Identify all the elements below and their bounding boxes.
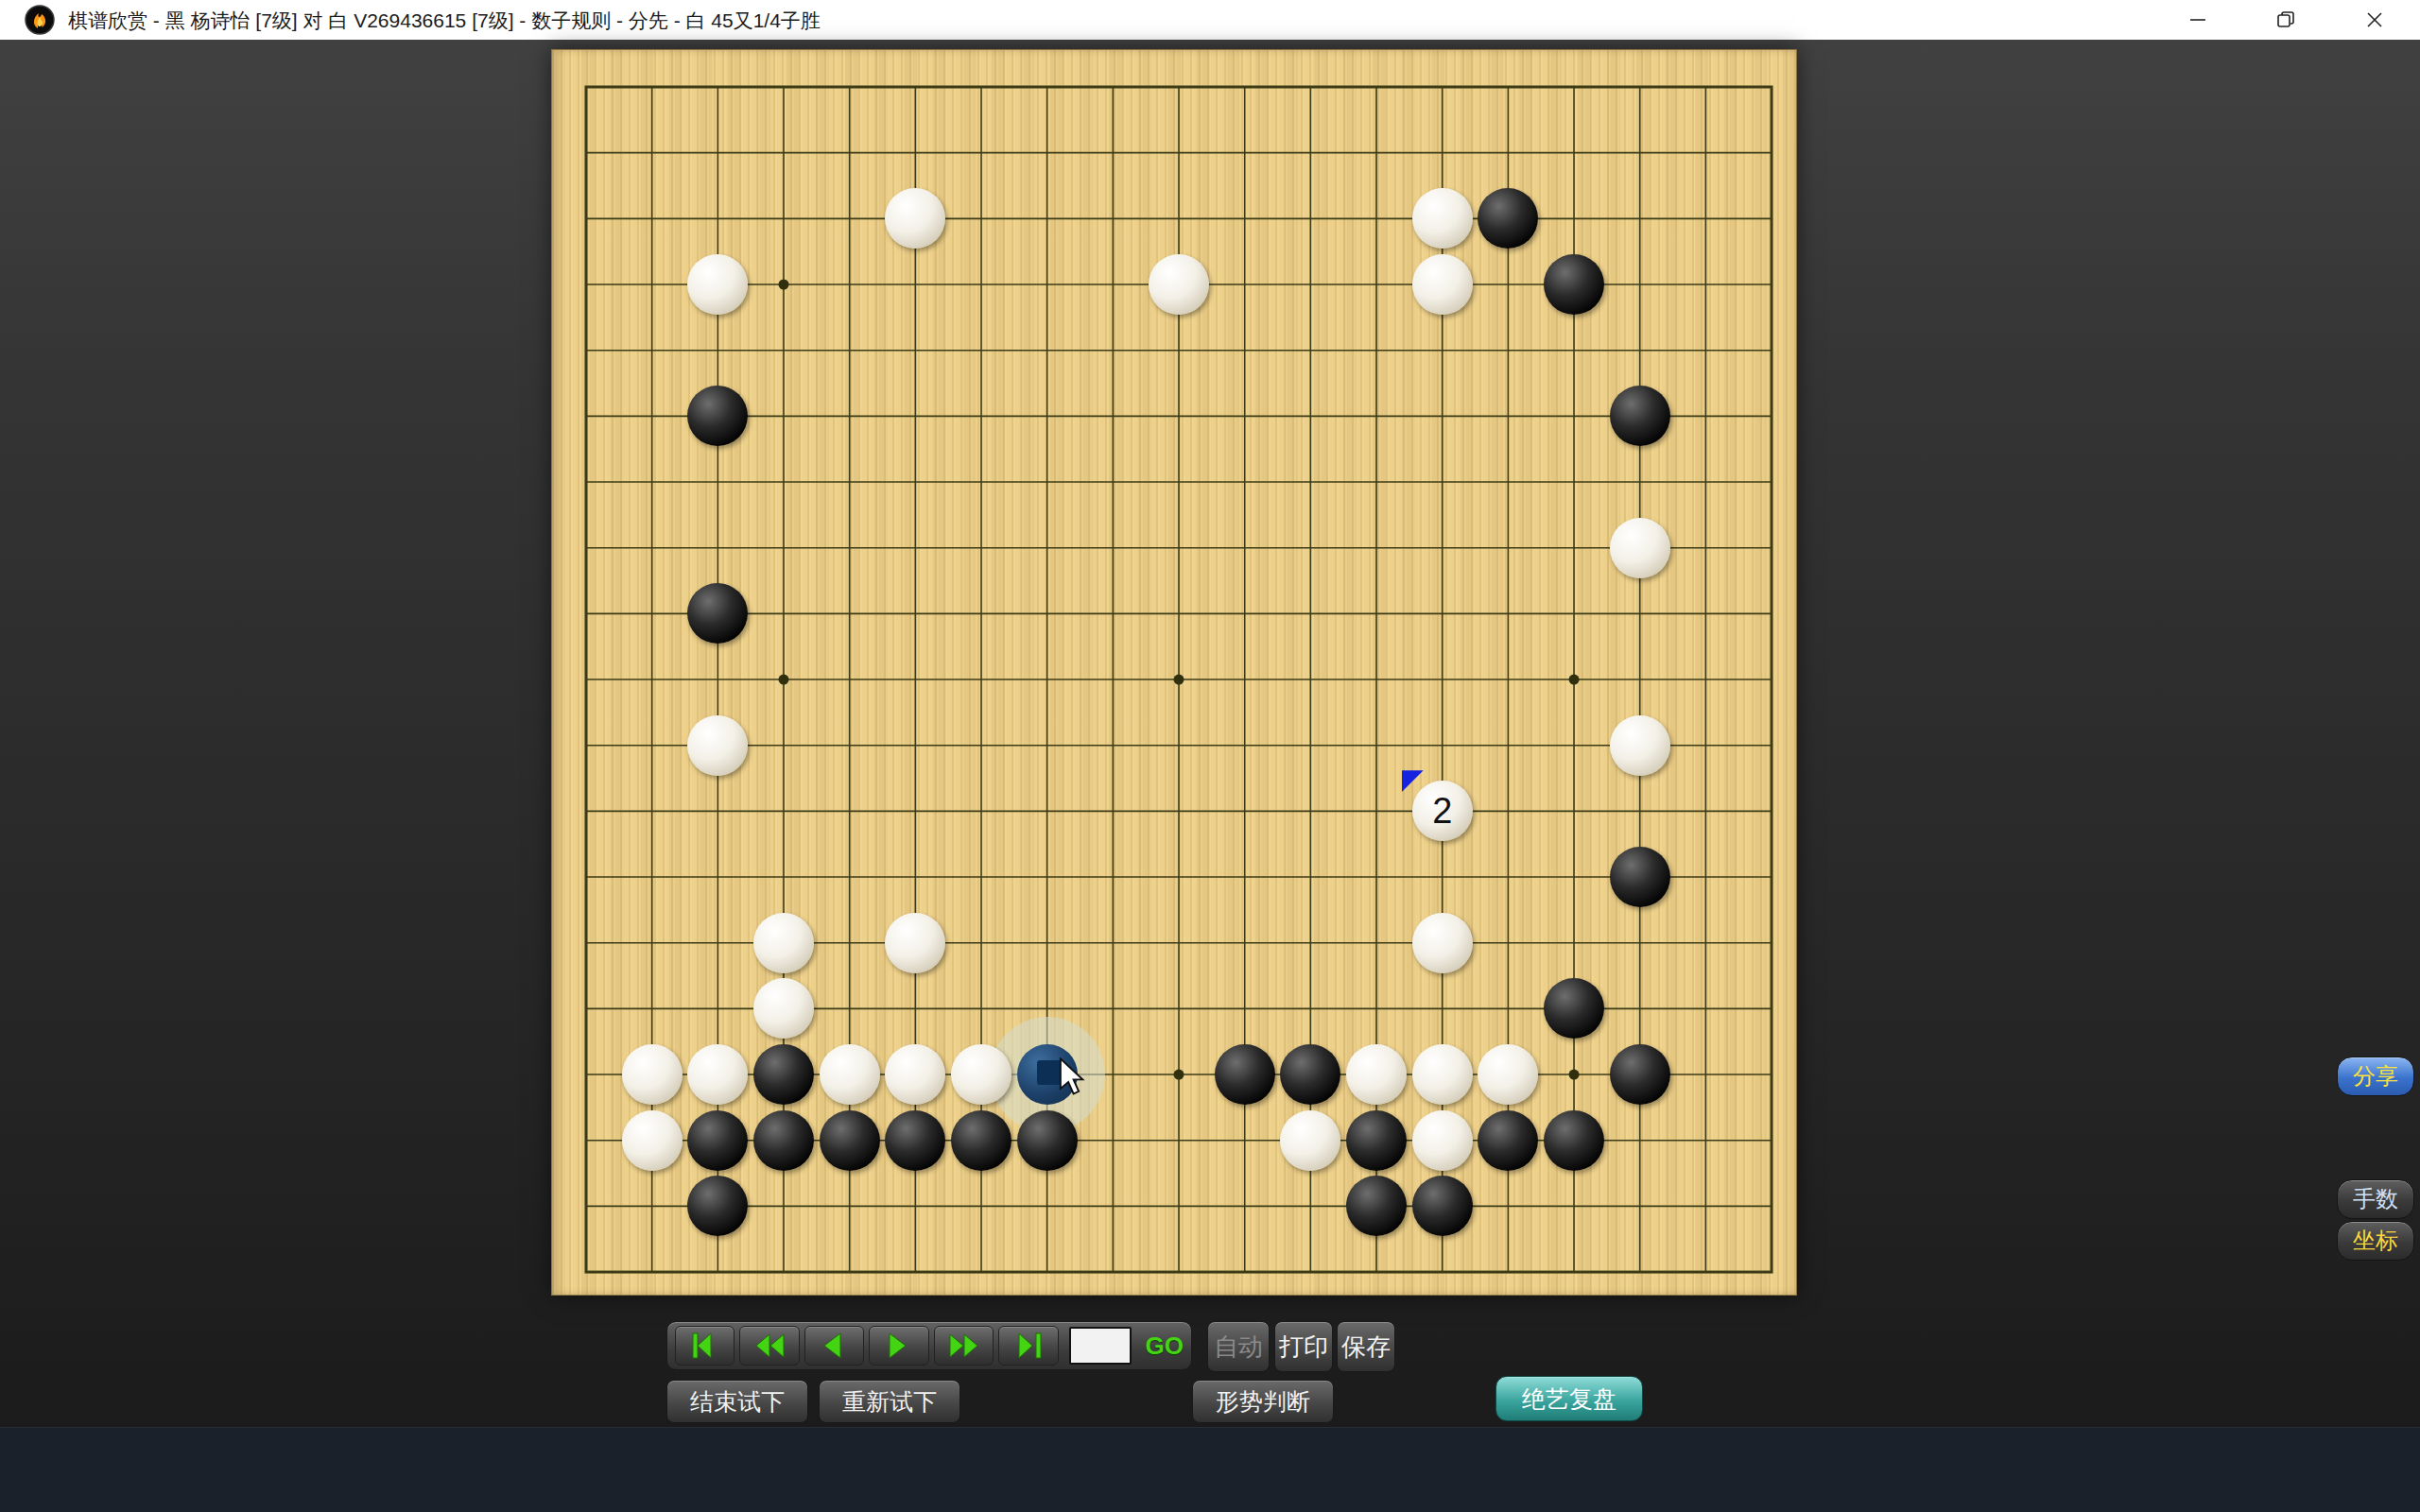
white-stone xyxy=(1412,1044,1473,1105)
black-stone xyxy=(1346,1176,1407,1236)
white-stone xyxy=(687,1044,748,1105)
auto-play-button: 自动 xyxy=(1207,1321,1270,1372)
last-icon xyxy=(1011,1329,1046,1363)
save-button[interactable]: 保存 xyxy=(1337,1321,1395,1372)
minimize-icon xyxy=(2187,9,2208,30)
white-stone xyxy=(1412,188,1473,249)
white-stone xyxy=(1478,1044,1538,1105)
fast-forward-button[interactable] xyxy=(934,1326,994,1366)
black-stone xyxy=(1610,386,1670,446)
black-stone xyxy=(1544,978,1604,1039)
go-button[interactable]: GO xyxy=(1146,1332,1184,1361)
black-stone xyxy=(1215,1044,1275,1105)
black-stone xyxy=(1017,1110,1078,1171)
star-point xyxy=(1569,1070,1580,1080)
restore-button[interactable] xyxy=(2256,0,2316,40)
white-stone xyxy=(820,1044,880,1105)
white-stone xyxy=(1412,254,1473,315)
taskbar: 搜索 X xyxy=(0,1427,2420,1512)
black-stone xyxy=(1544,1110,1604,1171)
ai-review-button[interactable]: 绝艺复盘 xyxy=(1495,1376,1643,1421)
window-title: 棋谱欣赏 - 黑 杨诗怡 [7级] 对 白 V269436615 [7级] - … xyxy=(68,8,821,34)
black-stone xyxy=(951,1110,1011,1171)
close-icon xyxy=(2364,9,2385,30)
black-stone xyxy=(820,1110,880,1171)
white-stone xyxy=(951,1044,1011,1105)
close-button[interactable] xyxy=(2344,0,2405,40)
white-stone xyxy=(753,913,814,973)
black-stone xyxy=(687,1110,748,1171)
coordinates-button[interactable]: 坐标 xyxy=(2337,1221,2414,1261)
move-number-label: 2 xyxy=(1412,781,1473,841)
black-stone xyxy=(1346,1110,1407,1171)
white-stone xyxy=(1346,1044,1407,1105)
star-point xyxy=(1174,1070,1184,1080)
title-bar: 棋谱欣赏 - 黑 杨诗怡 [7级] 对 白 V269436615 [7级] - … xyxy=(0,0,2420,41)
black-stone xyxy=(1544,254,1604,315)
position-judge-button[interactable]: 形势判断 xyxy=(1192,1380,1334,1423)
end-trial-button[interactable]: 结束试下 xyxy=(666,1380,808,1423)
black-stone xyxy=(1610,847,1670,907)
white-stone xyxy=(885,1044,945,1105)
back-icon xyxy=(818,1329,852,1363)
star-point xyxy=(779,675,789,685)
minimize-button[interactable] xyxy=(2168,0,2228,40)
fast-back-icon xyxy=(752,1329,786,1363)
white-stone xyxy=(1610,715,1670,776)
black-stone xyxy=(1280,1044,1340,1105)
black-stone xyxy=(1412,1176,1473,1236)
white-stone xyxy=(1412,913,1473,973)
white-stone xyxy=(687,715,748,776)
star-point xyxy=(1174,675,1184,685)
forward-icon xyxy=(882,1329,916,1363)
white-stone xyxy=(1412,1110,1473,1171)
black-stone xyxy=(753,1044,814,1105)
star-point xyxy=(1569,675,1580,685)
first-icon xyxy=(688,1329,722,1363)
print-button[interactable]: 打印 xyxy=(1274,1321,1333,1372)
app-flame-stone-icon xyxy=(25,5,55,35)
fast-forward-icon xyxy=(946,1329,980,1363)
last-move-button[interactable] xyxy=(998,1326,1058,1366)
navigation-bar: GO xyxy=(666,1321,1192,1370)
black-stone xyxy=(1478,1110,1538,1171)
go-board[interactable]: 2 xyxy=(551,49,1797,1296)
app-client-area: 2 GO 自动 打印 保存 结束试下 重新试下 形势判断 绝艺复盘 分享 手数 … xyxy=(0,40,2420,1427)
share-button[interactable]: 分享 xyxy=(2337,1057,2414,1096)
mouse-cursor xyxy=(1059,1057,1091,1099)
white-stone xyxy=(885,913,945,973)
white-stone xyxy=(687,254,748,315)
fast-back-button[interactable] xyxy=(739,1326,799,1366)
white-stone xyxy=(1149,254,1209,315)
white-stone xyxy=(753,978,814,1039)
white-stone xyxy=(622,1044,683,1105)
back-button[interactable] xyxy=(804,1326,864,1366)
forward-button[interactable] xyxy=(869,1326,928,1366)
black-stone xyxy=(1610,1044,1670,1105)
restart-trial-button[interactable]: 重新试下 xyxy=(819,1380,960,1423)
star-point xyxy=(779,280,789,290)
restore-icon xyxy=(2275,9,2296,30)
first-move-button[interactable] xyxy=(675,1326,735,1366)
black-stone xyxy=(885,1110,945,1171)
move-number-input[interactable] xyxy=(1069,1327,1132,1365)
white-stone xyxy=(622,1110,683,1171)
move-numbers-button[interactable]: 手数 xyxy=(2337,1179,2414,1219)
white-stone xyxy=(1610,518,1670,578)
black-stone xyxy=(753,1110,814,1171)
white-stone xyxy=(1280,1110,1340,1171)
